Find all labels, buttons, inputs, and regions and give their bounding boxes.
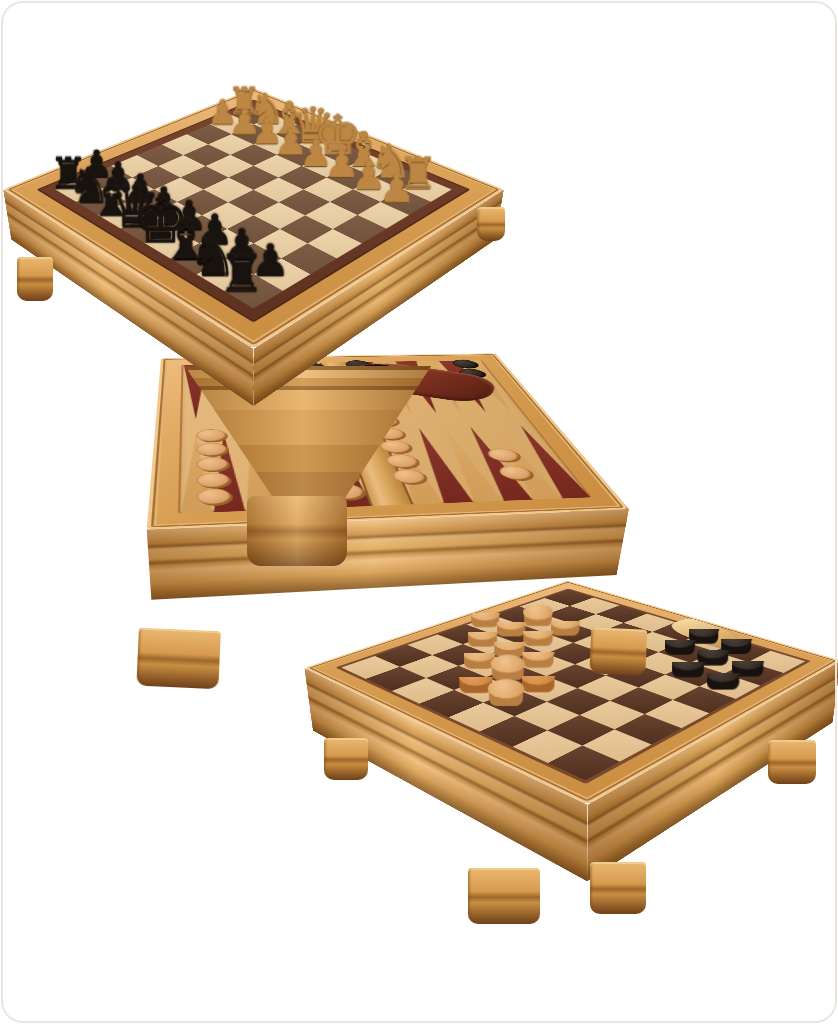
chess-square <box>305 202 357 229</box>
backgammon-checker-light <box>384 454 419 468</box>
chess-scene: ♜♞♝♛♚♝♞♜♟♟♟♟♟♟♟♟♟♟♟♟♟♟♟♟♜♞♝♛♚♝♞♜ <box>10 123 498 394</box>
product-photo: ♜♞♝♛♚♝♞♜♟♟♟♟♟♟♟♟♟♟♟♟♟♟♟♟♜♞♝♛♚♝♞♜ <box>0 0 838 1024</box>
chess-piece-white-p: ♟ <box>379 171 414 207</box>
checkers-foot-bottom-left <box>468 868 540 924</box>
checker-piece-dark <box>672 662 704 678</box>
backgammon-point-bottom <box>457 426 533 501</box>
backgammon-checker-light <box>196 472 229 487</box>
chess-board-unit: ♜♞♝♛♚♝♞♜♟♟♟♟♟♟♟♟♟♟♟♟♟♟♟♟♜♞♝♛♚♝♞♜ <box>81 57 426 402</box>
checker-piece-light <box>489 689 523 706</box>
backgammon-point-bottom <box>180 433 213 513</box>
chess-foot-left <box>17 257 53 301</box>
backgammon-point-bottom <box>483 425 563 499</box>
chess-piece-black-r: ♜ <box>218 251 264 298</box>
backgammon-checker-light <box>485 448 522 461</box>
backgammon-checker-light <box>196 442 227 455</box>
backgammon-checker-light <box>196 488 230 505</box>
checkers-square <box>699 674 760 699</box>
backgammon-checker-light <box>196 429 226 442</box>
backgammon-point-bottom <box>380 428 444 504</box>
backgammon-checker-light <box>391 469 428 484</box>
checkers-square <box>548 746 620 781</box>
backgammon-foot-left <box>136 628 220 690</box>
checkers-foot-left <box>324 738 368 780</box>
backgammon-point-bottom <box>508 425 591 499</box>
backgammon-point-bottom <box>432 427 504 502</box>
checkers-foot-bottom-right <box>590 862 646 914</box>
backgammon-point-bottom <box>406 427 474 503</box>
backgammon-checker-light <box>196 457 228 471</box>
checker-piece-dark <box>706 673 739 689</box>
backgammon-foot-right <box>589 627 647 675</box>
chess-pedestal-foot <box>247 496 347 566</box>
checker-piece-orange <box>459 677 492 693</box>
checker-piece-light <box>551 621 580 635</box>
backgammon-checker-light <box>497 466 536 481</box>
checker-piece-orange <box>521 676 554 692</box>
chess-square <box>254 177 304 201</box>
backgammon-checker-light <box>378 440 412 453</box>
checkers-foot-right <box>768 740 816 784</box>
chess-foot-right <box>477 207 505 241</box>
